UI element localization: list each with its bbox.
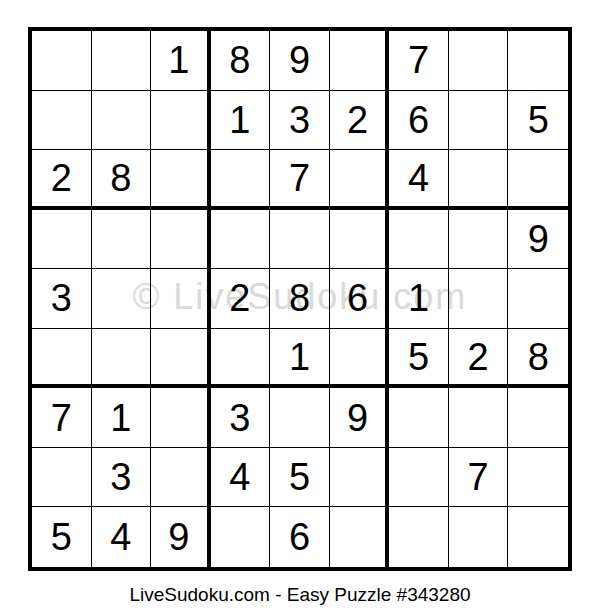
cell-r3c2[interactable]: 8 — [92, 150, 152, 210]
cell-r7c3[interactable] — [151, 388, 211, 448]
cell-r1c2[interactable] — [92, 31, 152, 91]
cell-r3c4[interactable] — [211, 150, 271, 210]
cell-r5c8[interactable] — [449, 269, 509, 329]
cell-r3c6[interactable] — [330, 150, 390, 210]
cell-r3c8[interactable] — [449, 150, 509, 210]
sudoku-page: 18971326528749328611528713934575496 © Li… — [0, 0, 600, 615]
cell-r8c4[interactable]: 4 — [211, 448, 271, 508]
cell-r2c1[interactable] — [32, 91, 92, 151]
cell-r5c2[interactable] — [92, 269, 152, 329]
cell-r5c1[interactable]: 3 — [32, 269, 92, 329]
cell-r1c3[interactable]: 1 — [151, 31, 211, 91]
cell-r4c9[interactable]: 9 — [508, 210, 568, 270]
puzzle-caption: LiveSudoku.com - Easy Puzzle #343280 — [0, 584, 600, 606]
cell-r8c8[interactable]: 7 — [449, 448, 509, 508]
cell-r5c6[interactable]: 6 — [330, 269, 390, 329]
cell-r1c7[interactable]: 7 — [389, 31, 449, 91]
cell-r7c4[interactable]: 3 — [211, 388, 271, 448]
cell-r9c6[interactable] — [330, 507, 390, 567]
cell-r3c1[interactable]: 2 — [32, 150, 92, 210]
cell-r6c8[interactable]: 2 — [449, 329, 509, 389]
cell-r9c9[interactable] — [508, 507, 568, 567]
cell-r7c5[interactable] — [270, 388, 330, 448]
cell-r7c2[interactable]: 1 — [92, 388, 152, 448]
cell-r6c7[interactable]: 5 — [389, 329, 449, 389]
cell-r5c3[interactable] — [151, 269, 211, 329]
cell-r2c3[interactable] — [151, 91, 211, 151]
cell-r4c7[interactable] — [389, 210, 449, 270]
cell-r9c2[interactable]: 4 — [92, 507, 152, 567]
cell-r3c5[interactable]: 7 — [270, 150, 330, 210]
cell-r1c8[interactable] — [449, 31, 509, 91]
cell-r2c6[interactable]: 2 — [330, 91, 390, 151]
cell-r4c5[interactable] — [270, 210, 330, 270]
cell-r1c9[interactable] — [508, 31, 568, 91]
cell-r7c7[interactable] — [389, 388, 449, 448]
cell-r7c8[interactable] — [449, 388, 509, 448]
cell-r4c3[interactable] — [151, 210, 211, 270]
cell-r1c4[interactable]: 8 — [211, 31, 271, 91]
cell-r8c1[interactable] — [32, 448, 92, 508]
cell-r2c9[interactable]: 5 — [508, 91, 568, 151]
cell-r3c3[interactable] — [151, 150, 211, 210]
cell-r9c4[interactable] — [211, 507, 271, 567]
cell-r2c7[interactable]: 6 — [389, 91, 449, 151]
cell-r8c9[interactable] — [508, 448, 568, 508]
cell-r9c3[interactable]: 9 — [151, 507, 211, 567]
cell-r5c9[interactable] — [508, 269, 568, 329]
cell-r2c4[interactable]: 1 — [211, 91, 271, 151]
cell-r4c2[interactable] — [92, 210, 152, 270]
cell-r9c1[interactable]: 5 — [32, 507, 92, 567]
cell-r5c5[interactable]: 8 — [270, 269, 330, 329]
cell-r8c7[interactable] — [389, 448, 449, 508]
cell-r1c1[interactable] — [32, 31, 92, 91]
cell-r7c1[interactable]: 7 — [32, 388, 92, 448]
cell-r7c6[interactable]: 9 — [330, 388, 390, 448]
cell-r2c5[interactable]: 3 — [270, 91, 330, 151]
sudoku-board: 18971326528749328611528713934575496 — [28, 27, 572, 571]
cell-r6c5[interactable]: 1 — [270, 329, 330, 389]
cell-r1c5[interactable]: 9 — [270, 31, 330, 91]
cell-r2c2[interactable] — [92, 91, 152, 151]
cell-r9c8[interactable] — [449, 507, 509, 567]
cell-r6c4[interactable] — [211, 329, 271, 389]
cell-r5c7[interactable]: 1 — [389, 269, 449, 329]
cell-r6c1[interactable] — [32, 329, 92, 389]
cell-r6c3[interactable] — [151, 329, 211, 389]
cell-r9c5[interactable]: 6 — [270, 507, 330, 567]
cell-r4c8[interactable] — [449, 210, 509, 270]
cell-r6c6[interactable] — [330, 329, 390, 389]
cell-r4c4[interactable] — [211, 210, 271, 270]
cell-r7c9[interactable] — [508, 388, 568, 448]
cell-r2c8[interactable] — [449, 91, 509, 151]
cell-r3c7[interactable]: 4 — [389, 150, 449, 210]
cell-r4c1[interactable] — [32, 210, 92, 270]
cell-r3c9[interactable] — [508, 150, 568, 210]
cell-r6c9[interactable]: 8 — [508, 329, 568, 389]
cell-r8c6[interactable] — [330, 448, 390, 508]
cell-r4c6[interactable] — [330, 210, 390, 270]
cell-r8c3[interactable] — [151, 448, 211, 508]
cell-r6c2[interactable] — [92, 329, 152, 389]
cell-r5c4[interactable]: 2 — [211, 269, 271, 329]
cell-r1c6[interactable] — [330, 31, 390, 91]
cell-r8c2[interactable]: 3 — [92, 448, 152, 508]
cell-r9c7[interactable] — [389, 507, 449, 567]
cell-r8c5[interactable]: 5 — [270, 448, 330, 508]
